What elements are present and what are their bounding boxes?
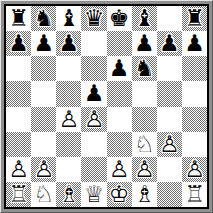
square-a5[interactable] [6,81,31,106]
piece-white-queen-icon: ♕ [81,182,106,207]
square-b7[interactable]: ♟♟ [31,31,56,56]
square-f4[interactable] [132,107,157,132]
piece-black-pawn-icon: ♟ [6,31,31,56]
square-e4[interactable] [107,107,132,132]
piece-black-pawn-icon: ♟ [81,81,106,106]
piece-black-bishop-icon: ♝ [56,6,81,31]
square-c8[interactable]: ♝♝ [56,6,81,31]
piece-white-pawn-icon: ♙ [31,157,56,182]
piece-black-rook-icon: ♜ [6,6,31,31]
square-h4[interactable] [182,107,207,132]
piece-black-queen-icon: ♛ [81,6,106,31]
square-g6[interactable] [157,56,182,81]
square-c5[interactable] [56,81,81,106]
square-a3[interactable] [6,132,31,157]
square-g8[interactable] [157,6,182,31]
piece-white-pawn-icon: ♙ [56,107,81,132]
piece-white-rook-icon: ♖ [6,182,31,207]
square-h1[interactable]: ♜♖ [182,182,207,207]
square-e8[interactable]: ♚♚ [107,6,132,31]
square-h7[interactable]: ♟♟ [182,31,207,56]
square-e1[interactable]: ♚♔ [107,182,132,207]
square-c6[interactable] [56,56,81,81]
square-g2[interactable] [157,157,182,182]
piece-white-pawn-icon: ♙ [182,157,207,182]
square-a8[interactable]: ♜♜ [6,6,31,31]
square-c7[interactable]: ♟♟ [56,31,81,56]
square-a4[interactable] [6,107,31,132]
piece-black-pawn-icon: ♟ [157,31,182,56]
square-f3[interactable]: ♞♘ [132,132,157,157]
piece-white-pawn-icon: ♙ [107,157,132,182]
piece-white-bishop-icon: ♗ [132,182,157,207]
square-f6[interactable]: ♞♞ [132,56,157,81]
square-h3[interactable] [182,132,207,157]
square-e6[interactable]: ♟♟ [107,56,132,81]
piece-white-bishop-icon: ♗ [56,182,81,207]
square-c4[interactable]: ♟♙ [56,107,81,132]
square-f7[interactable]: ♟♟ [132,31,157,56]
square-c1[interactable]: ♝♗ [56,182,81,207]
piece-white-knight-icon: ♘ [31,182,56,207]
piece-white-rook-icon: ♖ [182,182,207,207]
square-b5[interactable] [31,81,56,106]
square-a7[interactable]: ♟♟ [6,31,31,56]
piece-black-king-icon: ♚ [107,6,132,31]
piece-black-rook-icon: ♜ [182,6,207,31]
square-d7[interactable] [81,31,106,56]
square-f2[interactable]: ♟♙ [132,157,157,182]
square-a2[interactable]: ♟♙ [6,157,31,182]
square-e3[interactable] [107,132,132,157]
square-b1[interactable]: ♞♘ [31,182,56,207]
square-f8[interactable]: ♝♝ [132,6,157,31]
square-b3[interactable] [31,132,56,157]
piece-black-pawn-icon: ♟ [56,31,81,56]
square-h2[interactable]: ♟♙ [182,157,207,182]
square-b6[interactable] [31,56,56,81]
square-e2[interactable]: ♟♙ [107,157,132,182]
square-h6[interactable] [182,56,207,81]
piece-white-pawn-icon: ♙ [6,157,31,182]
square-g7[interactable]: ♟♟ [157,31,182,56]
square-b8[interactable]: ♞♞ [31,6,56,31]
square-g1[interactable] [157,182,182,207]
square-d8[interactable]: ♛♛ [81,6,106,31]
square-a1[interactable]: ♜♖ [6,182,31,207]
square-d4[interactable]: ♟♙ [81,107,106,132]
square-g4[interactable] [157,107,182,132]
square-d2[interactable] [81,157,106,182]
square-d1[interactable]: ♛♕ [81,182,106,207]
square-b4[interactable] [31,107,56,132]
square-b2[interactable]: ♟♙ [31,157,56,182]
square-e5[interactable] [107,81,132,106]
square-f5[interactable] [132,81,157,106]
square-h5[interactable] [182,81,207,106]
square-d3[interactable] [81,132,106,157]
piece-white-pawn-icon: ♙ [132,157,157,182]
square-h8[interactable]: ♜♜ [182,6,207,31]
piece-white-pawn-icon: ♙ [81,107,106,132]
square-d6[interactable] [81,56,106,81]
piece-black-bishop-icon: ♝ [132,6,157,31]
board-frame: ♜♜♞♞♝♝♛♛♚♚♝♝♜♜♟♟♟♟♟♟♟♟♟♟♟♟♟♟♞♞♟♟♟♙♟♙♞♘♟♙… [0,0,213,213]
square-g3[interactable]: ♟♙ [157,132,182,157]
square-d5[interactable]: ♟♟ [81,81,106,106]
piece-white-knight-icon: ♘ [132,132,157,157]
piece-black-pawn-icon: ♟ [107,56,132,81]
square-c3[interactable] [56,132,81,157]
chess-board: ♜♜♞♞♝♝♛♛♚♚♝♝♜♜♟♟♟♟♟♟♟♟♟♟♟♟♟♟♞♞♟♟♟♙♟♙♞♘♟♙… [4,4,209,209]
piece-white-king-icon: ♔ [107,182,132,207]
piece-black-knight-icon: ♞ [31,6,56,31]
piece-black-pawn-icon: ♟ [31,31,56,56]
square-e7[interactable] [107,31,132,56]
square-a6[interactable] [6,56,31,81]
piece-black-pawn-icon: ♟ [182,31,207,56]
square-c2[interactable] [56,157,81,182]
piece-black-knight-icon: ♞ [132,56,157,81]
piece-white-pawn-icon: ♙ [157,132,182,157]
square-g5[interactable] [157,81,182,106]
piece-black-pawn-icon: ♟ [132,31,157,56]
square-f1[interactable]: ♝♗ [132,182,157,207]
